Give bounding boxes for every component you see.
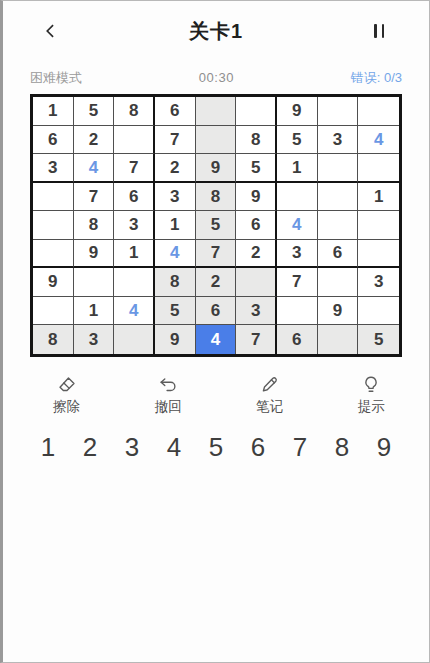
cell-r5c5[interactable]: 5 — [196, 211, 237, 240]
cell-r9c6[interactable]: 7 — [236, 325, 277, 354]
toolbar: 擦除 撤回 笔记 提示 — [25, 374, 407, 416]
cell-r2c9[interactable]: 4 — [358, 126, 399, 155]
eraser-icon — [55, 374, 79, 396]
cell-r5c2[interactable]: 8 — [74, 211, 115, 240]
cell-r1c3[interactable]: 8 — [114, 97, 155, 126]
cell-r8c3[interactable]: 4 — [114, 297, 155, 326]
numpad-2[interactable]: 2 — [75, 432, 105, 463]
cell-r3c3[interactable]: 7 — [114, 154, 155, 183]
cell-r7c5[interactable]: 2 — [196, 268, 237, 297]
cell-r9c5[interactable]: 4 — [196, 325, 237, 354]
cell-r3c5[interactable]: 9 — [196, 154, 237, 183]
cell-r7c9[interactable]: 3 — [358, 268, 399, 297]
numpad-8[interactable]: 8 — [327, 432, 357, 463]
cell-r6c6[interactable]: 2 — [236, 240, 277, 269]
back-button[interactable] — [41, 19, 65, 43]
cell-r6c5[interactable]: 7 — [196, 240, 237, 269]
cell-r5c9[interactable] — [358, 211, 399, 240]
cell-r4c6[interactable]: 9 — [236, 183, 277, 212]
cell-r3c4[interactable]: 2 — [155, 154, 196, 183]
cell-r6c7[interactable]: 3 — [277, 240, 318, 269]
cell-r6c8[interactable]: 6 — [318, 240, 359, 269]
timer: 00:30 — [199, 70, 234, 85]
cell-r9c3[interactable] — [114, 325, 155, 354]
cell-r9c1[interactable]: 8 — [33, 325, 74, 354]
cell-r7c8[interactable] — [318, 268, 359, 297]
pause-button[interactable] — [367, 21, 391, 41]
cell-r9c4[interactable]: 9 — [155, 325, 196, 354]
cell-r1c7[interactable]: 9 — [277, 97, 318, 126]
erase-label: 擦除 — [53, 398, 80, 416]
cell-r9c9[interactable]: 5 — [358, 325, 399, 354]
cell-r3c1[interactable]: 3 — [33, 154, 74, 183]
cell-r4c8[interactable] — [318, 183, 359, 212]
cell-r3c7[interactable]: 1 — [277, 154, 318, 183]
cell-r8c6[interactable]: 3 — [236, 297, 277, 326]
cell-r8c5[interactable]: 6 — [196, 297, 237, 326]
cell-r8c1[interactable] — [33, 297, 74, 326]
cell-r8c8[interactable]: 9 — [318, 297, 359, 326]
undo-label: 撤回 — [155, 398, 182, 416]
cell-r4c5[interactable]: 8 — [196, 183, 237, 212]
cell-r5c6[interactable]: 6 — [236, 211, 277, 240]
undo-button[interactable]: 撤回 — [155, 374, 182, 416]
cell-r9c7[interactable]: 6 — [277, 325, 318, 354]
cell-r5c8[interactable] — [318, 211, 359, 240]
cell-r7c1[interactable]: 9 — [33, 268, 74, 297]
cell-r2c6[interactable]: 8 — [236, 126, 277, 155]
page-title: 关卡1 — [189, 18, 243, 45]
lightbulb-icon — [359, 374, 383, 396]
header: 关卡1 — [3, 1, 429, 45]
status-row: 困难模式 00:30 错误: 0/3 — [30, 69, 402, 87]
numpad-1[interactable]: 1 — [33, 432, 63, 463]
cell-r7c7[interactable]: 7 — [277, 268, 318, 297]
cell-r6c2[interactable]: 9 — [74, 240, 115, 269]
cell-r2c8[interactable]: 3 — [318, 126, 359, 155]
cell-r2c4[interactable]: 7 — [155, 126, 196, 155]
back-chevron-icon — [41, 21, 61, 41]
hint-button[interactable]: 提示 — [358, 374, 385, 416]
hint-label: 提示 — [358, 398, 385, 416]
cell-r2c5[interactable] — [196, 126, 237, 155]
cell-r1c2[interactable]: 5 — [74, 97, 115, 126]
cell-r4c3[interactable]: 6 — [114, 183, 155, 212]
cell-r3c6[interactable]: 5 — [236, 154, 277, 183]
cell-r1c4[interactable]: 6 — [155, 97, 196, 126]
cell-r1c9[interactable] — [358, 97, 399, 126]
numpad-4[interactable]: 4 — [159, 432, 189, 463]
cell-r2c7[interactable]: 5 — [277, 126, 318, 155]
undo-icon — [156, 374, 180, 396]
cell-r8c7[interactable] — [277, 297, 318, 326]
cell-r8c9[interactable] — [358, 297, 399, 326]
cell-r2c3[interactable] — [114, 126, 155, 155]
cell-r9c2[interactable]: 3 — [74, 325, 115, 354]
cell-r5c7[interactable]: 4 — [277, 211, 318, 240]
difficulty-label: 困难模式 — [30, 69, 82, 87]
cell-r5c4[interactable]: 1 — [155, 211, 196, 240]
notes-label: 笔记 — [256, 398, 283, 416]
cell-r6c4[interactable]: 4 — [155, 240, 196, 269]
cell-r5c3[interactable]: 3 — [114, 211, 155, 240]
cell-r1c1[interactable]: 1 — [33, 97, 74, 126]
cell-r4c4[interactable]: 3 — [155, 183, 196, 212]
numpad-7[interactable]: 7 — [285, 432, 315, 463]
cell-r6c9[interactable] — [358, 240, 399, 269]
sudoku-board: 1586962785343472951763891831564914723698… — [30, 94, 402, 357]
pause-icon — [374, 24, 377, 38]
cell-r7c4[interactable]: 8 — [155, 268, 196, 297]
cell-r3c8[interactable] — [318, 154, 359, 183]
cell-r5c1[interactable] — [33, 211, 74, 240]
pencil-icon — [258, 374, 282, 396]
numpad-5[interactable]: 5 — [201, 432, 231, 463]
cell-r2c2[interactable]: 2 — [74, 126, 115, 155]
cell-r2c1[interactable]: 6 — [33, 126, 74, 155]
cell-r7c3[interactable] — [114, 268, 155, 297]
cell-r8c4[interactable]: 5 — [155, 297, 196, 326]
notes-button[interactable]: 笔记 — [256, 374, 283, 416]
cell-r8c2[interactable]: 1 — [74, 297, 115, 326]
pause-icon — [382, 24, 385, 38]
cell-r3c2[interactable]: 4 — [74, 154, 115, 183]
sudoku-app: 关卡1 困难模式 00:30 错误: 0/3 15869627853434729… — [0, 0, 430, 663]
error-counter: 错误: 0/3 — [351, 69, 402, 87]
cell-r4c2[interactable]: 7 — [74, 183, 115, 212]
numpad-9[interactable]: 9 — [369, 432, 399, 463]
erase-button[interactable]: 擦除 — [53, 374, 80, 416]
cell-r7c2[interactable] — [74, 268, 115, 297]
cell-r4c9[interactable]: 1 — [358, 183, 399, 212]
cell-r9c8[interactable] — [318, 325, 359, 354]
cell-r1c6[interactable] — [236, 97, 277, 126]
cell-r1c5[interactable] — [196, 97, 237, 126]
cell-r7c6[interactable] — [236, 268, 277, 297]
cell-r3c9[interactable] — [358, 154, 399, 183]
cell-r6c3[interactable]: 1 — [114, 240, 155, 269]
numpad: 1 2 3 4 5 6 7 8 9 — [25, 432, 407, 463]
cell-r6c1[interactable] — [33, 240, 74, 269]
cell-r4c1[interactable] — [33, 183, 74, 212]
cell-r1c8[interactable] — [318, 97, 359, 126]
numpad-3[interactable]: 3 — [117, 432, 147, 463]
numpad-6[interactable]: 6 — [243, 432, 273, 463]
cell-r4c7[interactable] — [277, 183, 318, 212]
